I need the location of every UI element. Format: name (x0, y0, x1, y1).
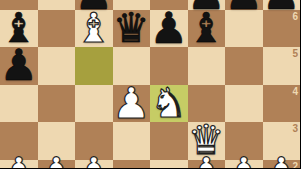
square-e3[interactable] (150, 122, 188, 160)
square-d2[interactable] (113, 160, 151, 169)
rank-label-6: 6 (292, 11, 298, 22)
black-queen[interactable]: ♛ (113, 8, 150, 49)
square-e2[interactable] (150, 160, 188, 169)
square-c4[interactable] (75, 85, 113, 123)
chess-board-viewport: ♟♟♟♟♝♝♛♟♝6♟5♟♞4♛3♟♟♟♟♟2♟ (0, 0, 300, 168)
square-h2[interactable]: 2♟ (263, 160, 301, 169)
white-pawn[interactable]: ♟ (224, 152, 263, 168)
square-b5[interactable] (38, 47, 76, 85)
white-pawn[interactable]: ♟ (112, 82, 151, 125)
rank-label-3: 3 (292, 123, 298, 134)
square-c5[interactable] (75, 47, 113, 85)
square-e6[interactable]: ♟ (150, 10, 188, 48)
black-pawn[interactable]: ♟ (149, 7, 188, 50)
square-f6[interactable]: ♝ (188, 10, 226, 48)
square-c6[interactable]: ♝ (75, 10, 113, 48)
rank-label-2: 2 (292, 161, 298, 169)
white-pawn[interactable]: ♟ (74, 152, 113, 168)
square-h7[interactable]: ♟ (263, 0, 301, 10)
square-f5[interactable] (188, 47, 226, 85)
square-b4[interactable] (38, 85, 76, 123)
square-a4[interactable] (0, 85, 38, 123)
rank-label-5: 5 (292, 48, 298, 59)
square-g4[interactable] (225, 85, 263, 123)
square-e4[interactable]: ♞ (150, 85, 188, 123)
square-a5[interactable]: ♟ (0, 47, 38, 85)
square-d4[interactable]: ♟ (113, 85, 151, 123)
chess-board: ♟♟♟♟♝♝♛♟♝6♟5♟♞4♛3♟♟♟♟♟2♟ (0, 0, 300, 168)
square-a2[interactable]: ♟ (0, 160, 38, 169)
white-bishop[interactable]: ♝ (75, 8, 112, 49)
white-knight[interactable]: ♞ (150, 83, 187, 124)
square-g7[interactable]: ♟ (225, 0, 263, 10)
black-bishop[interactable]: ♝ (188, 8, 225, 49)
square-h4[interactable]: 4 (263, 85, 301, 123)
white-pawn[interactable]: ♟ (187, 152, 226, 168)
square-g5[interactable] (225, 47, 263, 85)
black-pawn[interactable]: ♟ (0, 44, 38, 87)
white-pawn[interactable]: ♟ (0, 152, 38, 168)
square-b7[interactable] (38, 0, 76, 10)
square-c2[interactable]: ♟ (75, 160, 113, 169)
rank-label-4: 4 (292, 86, 298, 97)
square-b6[interactable] (38, 10, 76, 48)
white-pawn[interactable]: ♟ (37, 152, 76, 168)
square-h5[interactable]: 5 (263, 47, 301, 85)
square-g2[interactable]: ♟ (225, 160, 263, 169)
square-b2[interactable]: ♟ (38, 160, 76, 169)
square-d6[interactable]: ♛ (113, 10, 151, 48)
square-f2[interactable]: ♟ (188, 160, 226, 169)
black-pawn[interactable]: ♟ (224, 0, 263, 16)
